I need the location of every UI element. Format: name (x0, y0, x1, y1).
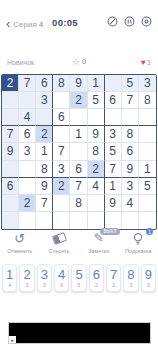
cell-r6c1[interactable] (2, 161, 19, 178)
cell-r9c3[interactable] (36, 212, 53, 229)
cell-r1c1[interactable]: 2 (2, 75, 19, 92)
cell-r3c1[interactable] (2, 109, 19, 126)
cell-r1c5[interactable]: 9 (70, 75, 87, 92)
hint-button[interactable]: 1 Подсказка (121, 231, 155, 254)
cell-r5c6[interactable]: 8 (88, 143, 105, 160)
score: ☆ 0 (0, 57, 158, 67)
cell-r2c6[interactable]: 5 (88, 92, 105, 109)
heart-icon: ♥ (141, 58, 146, 67)
cell-r9c8[interactable] (122, 212, 139, 229)
numpad-7[interactable]: 72 (106, 264, 121, 292)
settings-icon[interactable] (141, 16, 152, 27)
cell-r8c4[interactable] (53, 195, 70, 212)
cell-r4c3[interactable]: 2 (36, 126, 53, 143)
notes-label: Заметки (88, 248, 109, 254)
cell-r7c7[interactable]: 1 (105, 178, 122, 195)
numpad: 142333465562728393 (2, 264, 156, 292)
cell-r2c8[interactable]: 7 (122, 92, 139, 109)
cell-r3c8[interactable] (122, 109, 139, 126)
cell-r8c1[interactable] (2, 195, 19, 212)
numpad-1[interactable]: 14 (2, 264, 17, 292)
numpad-9[interactable]: 93 (141, 264, 156, 292)
cell-r7c1[interactable]: 6 (2, 178, 19, 195)
cell-r8c8[interactable]: 4 (122, 195, 139, 212)
cell-r6c3[interactable]: 8 (36, 161, 53, 178)
eraser-icon (52, 232, 67, 245)
cell-r2c7[interactable]: 6 (105, 92, 122, 109)
cell-r4c8[interactable]: 8 (122, 126, 139, 143)
cell-r8c2[interactable]: 2 (19, 195, 36, 212)
sudoku-board: 2768915332567846762193893178568362791692… (1, 74, 157, 230)
cell-r9c5[interactable] (70, 212, 87, 229)
cell-r3c6[interactable] (88, 109, 105, 126)
erase-button[interactable]: Стереть (42, 231, 76, 254)
cell-r1c9[interactable]: 3 (139, 75, 156, 92)
status-row: Новичок ☆ 0 ♥3 (0, 57, 158, 71)
notes-button[interactable]: ВЫКЛ ✎ Заметки (82, 231, 116, 254)
hint-label: Подсказка (125, 248, 151, 254)
cell-r7c9[interactable]: 5 (139, 178, 156, 195)
cell-r2c2[interactable] (19, 92, 36, 109)
cell-r5c8[interactable]: 6 (122, 143, 139, 160)
cell-r9c4[interactable] (53, 212, 70, 229)
undo-icon: ↺ (14, 232, 25, 245)
ad-info-icon[interactable]: ▸ (9, 336, 16, 343)
cell-r9c7[interactable] (105, 212, 122, 229)
star-icon: ☆ (72, 57, 80, 67)
cell-r7c3[interactable]: 9 (36, 178, 53, 195)
cell-r4c1[interactable]: 7 (2, 126, 19, 143)
numpad-8[interactable]: 83 (123, 264, 138, 292)
cell-r7c4[interactable]: 2 (53, 178, 70, 195)
cell-r1c6[interactable]: 1 (88, 75, 105, 92)
ad-banner[interactable]: ▸ (8, 322, 151, 344)
cell-r5c4[interactable]: 7 (53, 143, 70, 160)
cell-r7c5[interactable]: 7 (70, 178, 87, 195)
top-bar: ‹ Серия 4 00:05 (0, 14, 158, 36)
cell-r3c4[interactable]: 6 (53, 109, 70, 126)
cell-r8c9[interactable] (139, 195, 156, 212)
cell-r4c4[interactable] (53, 126, 70, 143)
pause-icon[interactable] (124, 16, 135, 27)
cell-r7c6[interactable]: 4 (88, 178, 105, 195)
cell-r6c2[interactable] (19, 161, 36, 178)
cell-r3c3[interactable] (36, 109, 53, 126)
cell-r9c1[interactable] (2, 212, 19, 229)
undo-button[interactable]: ↺ Отменить (3, 231, 37, 254)
cell-r5c7[interactable]: 5 (105, 143, 122, 160)
cell-r1c2[interactable]: 7 (19, 75, 36, 92)
hint-count-badge: 1 (146, 228, 153, 235)
numpad-6[interactable]: 62 (89, 264, 104, 292)
toolbar: ↺ Отменить Стереть ВЫКЛ ✎ Заметки 1 Подс… (0, 231, 158, 261)
cell-r6c5[interactable]: 6 (70, 161, 87, 178)
cell-r1c8[interactable]: 5 (122, 75, 139, 92)
cell-r1c4[interactable]: 8 (53, 75, 70, 92)
numpad-5[interactable]: 55 (71, 264, 86, 292)
cell-r4c9[interactable] (139, 126, 156, 143)
cell-r3c7[interactable] (105, 109, 122, 126)
score-value: 0 (82, 57, 86, 66)
cell-r2c3[interactable]: 3 (36, 92, 53, 109)
cell-r7c8[interactable]: 3 (122, 178, 139, 195)
lives: ♥3 (141, 58, 151, 67)
cell-r8c5[interactable]: 8 (70, 195, 87, 212)
cell-r6c8[interactable]: 9 (122, 161, 139, 178)
cell-r9c9[interactable] (139, 212, 156, 229)
cell-r3c5[interactable] (70, 109, 87, 126)
cell-r6c9[interactable]: 1 (139, 161, 156, 178)
cell-r6c7[interactable]: 7 (105, 161, 122, 178)
cell-r5c5[interactable] (70, 143, 87, 160)
numpad-2[interactable]: 23 (19, 264, 34, 292)
cell-r6c6[interactable]: 2 (88, 161, 105, 178)
cell-r3c9[interactable] (139, 109, 156, 126)
cell-r2c1[interactable] (2, 92, 19, 109)
cell-r9c2[interactable] (19, 212, 36, 229)
cell-r4c2[interactable]: 6 (19, 126, 36, 143)
notes-off-badge: ВЫКЛ (100, 228, 119, 235)
undo-label: Отменить (7, 248, 32, 254)
cell-r3c2[interactable]: 4 (19, 109, 36, 126)
cell-r1c7[interactable] (105, 75, 122, 92)
flash-off-icon[interactable] (107, 16, 118, 27)
cell-r2c4[interactable] (53, 92, 70, 109)
cell-r6c4[interactable]: 3 (53, 161, 70, 178)
cell-r4c6[interactable]: 9 (88, 126, 105, 143)
cell-r5c3[interactable]: 1 (36, 143, 53, 160)
cell-r7c2[interactable] (19, 178, 36, 195)
cell-r8c7[interactable]: 9 (105, 195, 122, 212)
cell-r8c6[interactable] (88, 195, 105, 212)
cell-r9c6[interactable] (88, 212, 105, 229)
cell-r8c3[interactable]: 7 (36, 195, 53, 212)
cell-r5c2[interactable]: 3 (19, 143, 36, 160)
cell-r1c3[interactable]: 6 (36, 75, 53, 92)
cell-r4c7[interactable]: 3 (105, 126, 122, 143)
cell-r2c5[interactable]: 2 (70, 92, 87, 109)
lives-value: 3 (147, 58, 151, 67)
cell-r4c5[interactable]: 1 (70, 126, 87, 143)
cell-r5c1[interactable]: 9 (2, 143, 19, 160)
cell-r5c9[interactable] (139, 143, 156, 160)
erase-label: Стереть (49, 248, 70, 254)
cell-r2c9[interactable]: 8 (139, 92, 156, 109)
bulb-icon (132, 232, 144, 246)
numpad-3[interactable]: 33 (37, 264, 52, 292)
numpad-4[interactable]: 46 (54, 264, 69, 292)
